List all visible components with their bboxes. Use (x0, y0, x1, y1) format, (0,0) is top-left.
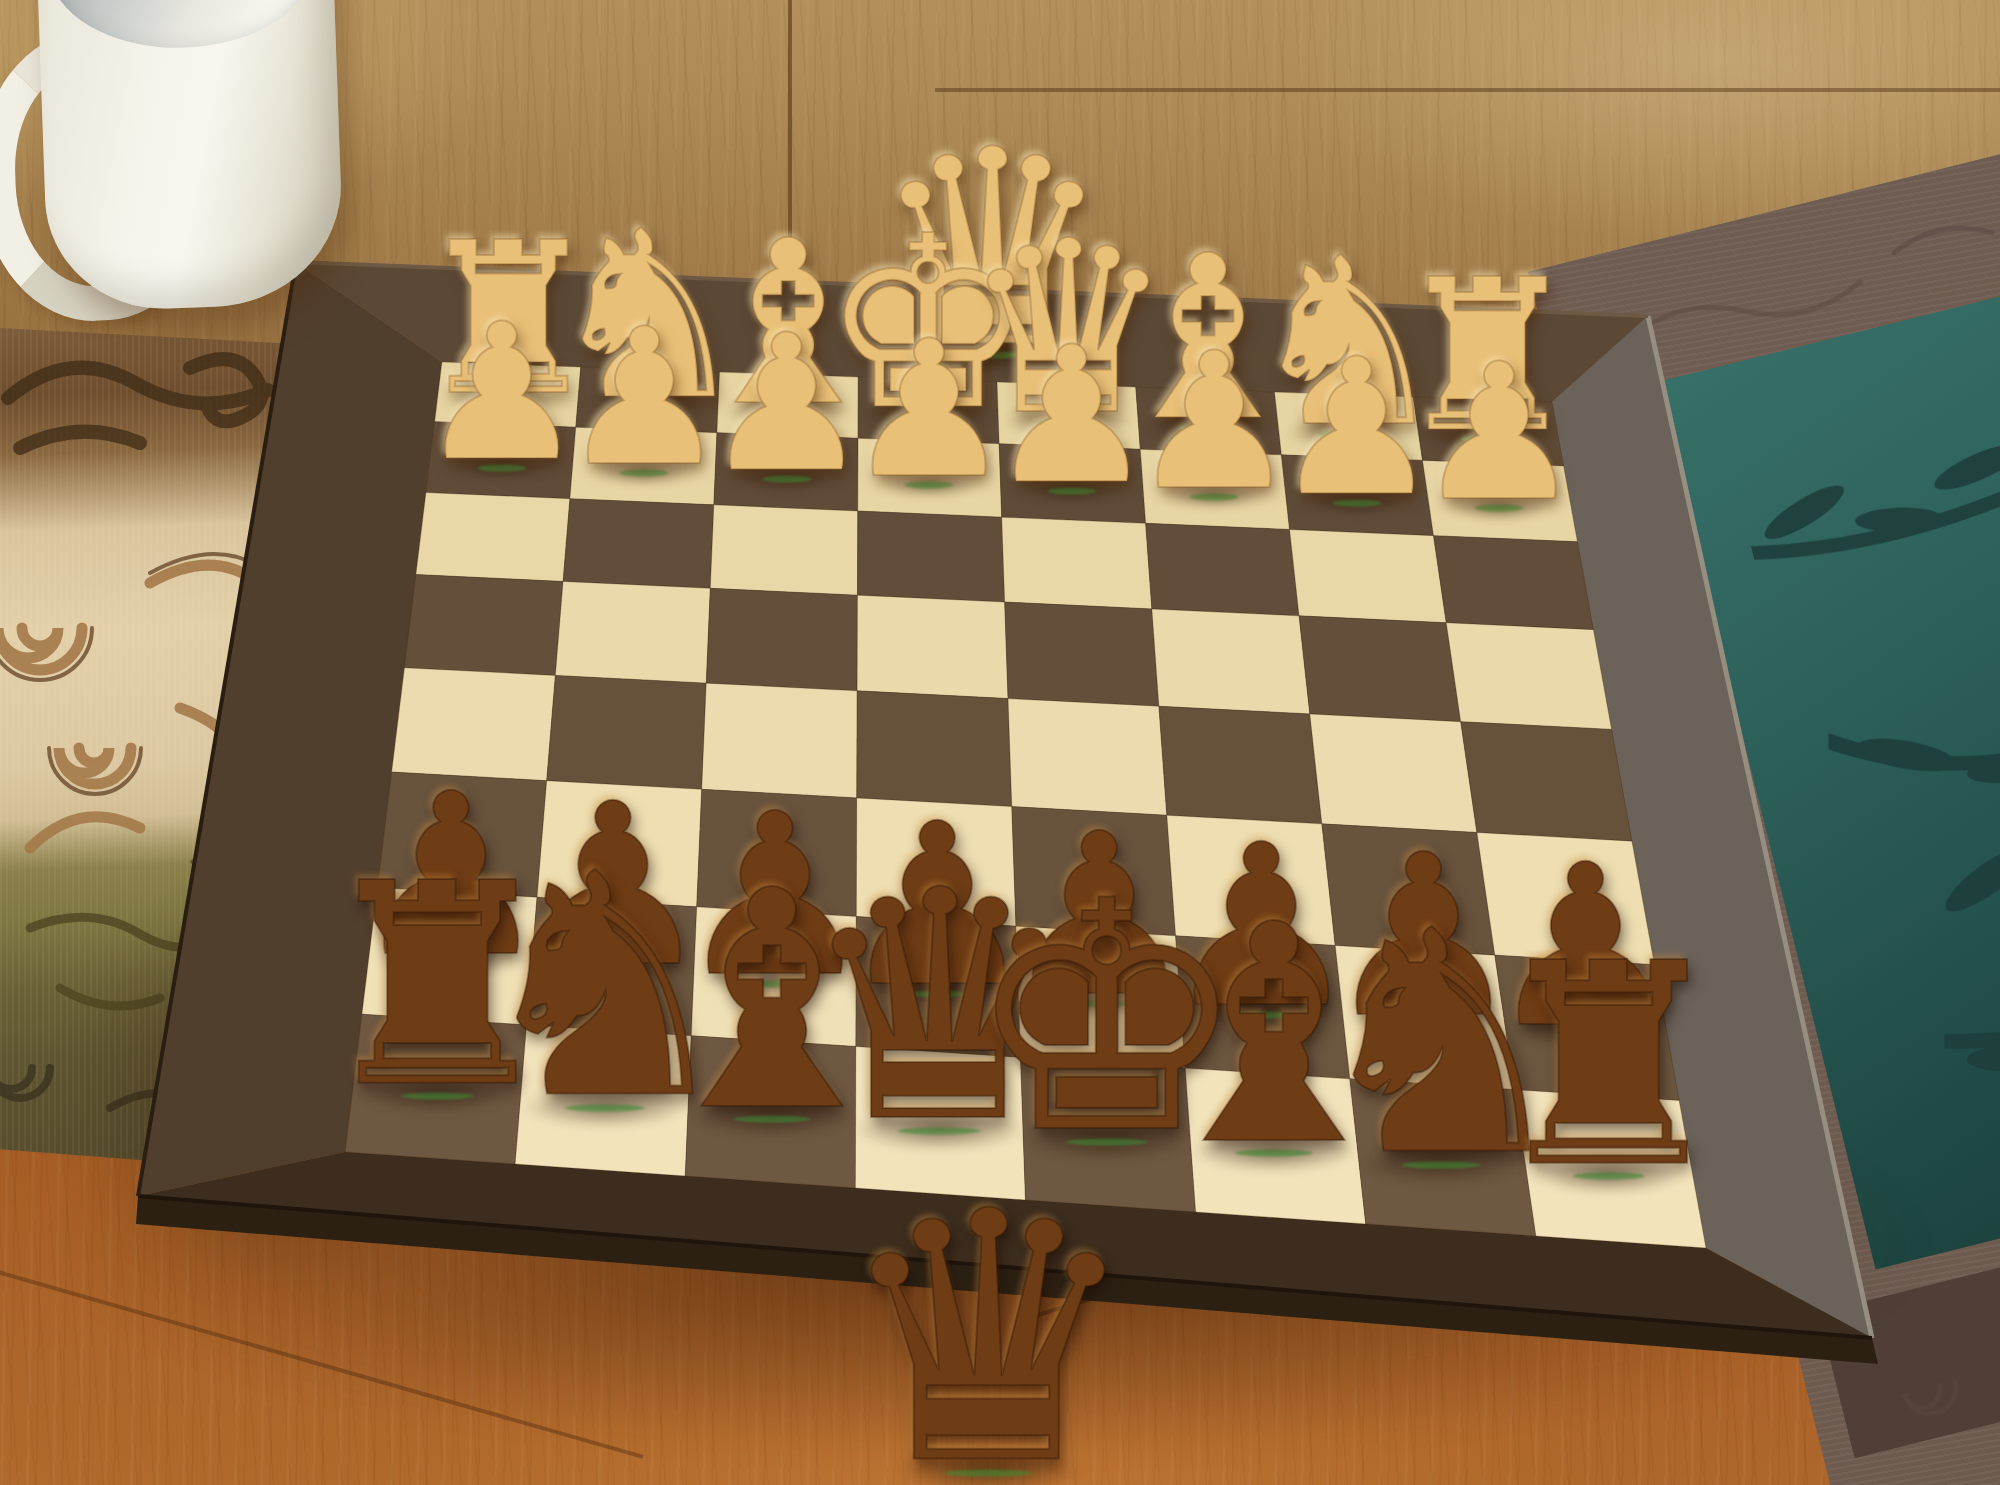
square-c3[interactable] (1146, 523, 1299, 616)
square-c4[interactable] (1152, 609, 1310, 714)
square-e4[interactable] (857, 595, 1008, 698)
piece-black-queen-spare[interactable]: ♛ (833, 1166, 1142, 1485)
square-b3[interactable] (1290, 529, 1447, 622)
piece-black-rook-a8[interactable]: ♜ (1484, 928, 1734, 1207)
square-a3[interactable] (1434, 536, 1594, 630)
mug-body (35, 0, 345, 313)
square-b4[interactable] (1299, 616, 1461, 722)
square-f3[interactable] (710, 505, 857, 595)
mug-opening (46, 0, 318, 52)
coffee-mug (5, 0, 345, 314)
square-g3[interactable] (563, 499, 714, 589)
square-f4[interactable] (706, 588, 857, 691)
square-h3[interactable] (416, 493, 570, 582)
square-d3[interactable] (1002, 517, 1152, 609)
square-e3[interactable] (857, 511, 1004, 602)
square-g4[interactable] (555, 581, 710, 683)
square-h4[interactable] (404, 575, 563, 676)
square-d4[interactable] (1005, 602, 1159, 706)
square-a4[interactable] (1446, 623, 1611, 730)
scene: ♛♜♞♝♚♛♝♞♜♟♟♟♟♟♟♟♟♟♟♟♟♟♟♟♟♜♞♝♛♚♝♞♜♛ (0, 0, 2000, 1485)
piece-white-pawn-a2[interactable]: ♟ (1414, 339, 1583, 528)
